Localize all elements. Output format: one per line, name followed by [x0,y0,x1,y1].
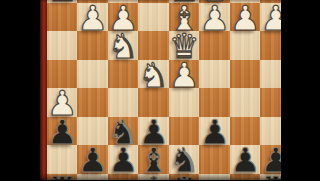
square-b4 [230,60,260,89]
black-pawn-c6: ♟ [199,118,229,147]
black-king-e8: ♚ [138,175,168,181]
black-rook-h8: ♜ [47,175,77,181]
square-g7: ♟ [77,145,107,174]
square-c2: ♟ [199,3,229,32]
black-pawn-f7: ♟ [108,146,138,175]
black-queen-d8: ♛ [169,175,199,181]
square-e4: ♞ [138,60,168,89]
board-border-left [40,0,47,180]
square-h6: ♟ [47,117,77,146]
white-rook-h1: ♜ [47,0,77,4]
square-h3 [47,31,77,60]
square-e2 [138,3,168,32]
letterbox-right [281,0,320,180]
square-c6: ♟ [199,117,229,146]
square-g2: ♟ [77,3,107,32]
white-knight-e4: ♞ [138,61,168,90]
white-pawn-b2: ♟ [230,4,260,33]
white-knight-f3: ♞ [108,32,138,61]
square-d8: ♛ [169,174,199,181]
letterbox-left [0,0,40,180]
square-h1: ♜ [47,0,77,3]
square-d4: ♟ [169,60,199,89]
square-g4 [77,60,107,89]
black-pawn-h6: ♟ [47,118,77,147]
white-pawn-g2: ♟ [77,4,107,33]
square-b5 [230,88,260,117]
thumbnail-canvas: ♜♜♚♟♟♝♟♟♟♞♛♞♟♟♟♞♟♟♟♟♝♞♟♟♜♚♛♜ [0,0,320,180]
square-g5 [77,88,107,117]
chessboard-frame: ♜♜♚♟♟♝♟♟♟♞♛♞♟♟♟♞♟♟♟♟♝♞♟♟♜♚♛♜ [40,0,281,180]
square-c4 [199,60,229,89]
square-b2: ♟ [230,3,260,32]
white-pawn-d4: ♟ [169,61,199,90]
chessboard: ♜♜♚♟♟♝♟♟♟♞♛♞♟♟♟♞♟♟♟♟♝♞♟♟♜♚♛♜ [47,0,275,180]
square-b7: ♟ [230,145,260,174]
black-pawn-b7: ♟ [230,146,260,175]
square-f7: ♟ [108,145,138,174]
white-pawn-c2: ♟ [199,4,229,33]
square-f3: ♞ [108,31,138,60]
black-pawn-g7: ♟ [77,146,107,175]
square-e8: ♚ [138,174,168,181]
square-h8: ♜ [47,174,77,181]
square-c8 [199,174,229,181]
